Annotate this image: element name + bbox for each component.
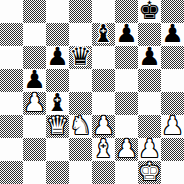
square-c3[interactable]: ♛ [46,115,69,138]
square-h6[interactable] [161,46,184,69]
square-d2[interactable] [69,138,92,161]
square-g1[interactable]: ♚ [138,161,161,184]
square-a1[interactable] [0,161,23,184]
square-a8[interactable] [0,0,23,23]
square-f6[interactable] [115,46,138,69]
square-g6[interactable]: ♟ [138,46,161,69]
piece-black-pawn[interactable]: ♟ [161,22,183,45]
square-e7[interactable]: ♝ [92,23,115,46]
square-h1[interactable] [161,161,184,184]
square-d1[interactable] [69,161,92,184]
square-a2[interactable] [0,138,23,161]
piece-white-queen[interactable]: ♛ [46,114,68,137]
square-f5[interactable] [115,69,138,92]
piece-white-pawn[interactable]: ♟ [23,91,45,114]
square-d8[interactable] [69,0,92,23]
square-f2[interactable]: ♟ [115,138,138,161]
square-d5[interactable] [69,69,92,92]
square-a4[interactable] [0,92,23,115]
square-f4[interactable] [115,92,138,115]
piece-black-pawn[interactable]: ♟ [46,45,68,68]
square-g8[interactable]: ♚ [138,0,161,23]
square-d3[interactable]: ♞ [69,115,92,138]
chess-board: ♚♝♟♟♟♛♟♟♟♝♛♞♟♟♝♟♟♚ [0,0,184,184]
square-b4[interactable]: ♟ [23,92,46,115]
square-e6[interactable] [92,46,115,69]
piece-black-king[interactable]: ♚ [138,0,160,22]
square-g4[interactable] [138,92,161,115]
square-h3[interactable]: ♟ [161,115,184,138]
piece-black-bishop[interactable]: ♝ [92,22,114,45]
square-a7[interactable] [0,23,23,46]
square-d6[interactable]: ♛ [69,46,92,69]
square-f1[interactable] [115,161,138,184]
piece-black-pawn[interactable]: ♟ [138,45,160,68]
piece-black-pawn[interactable]: ♟ [115,22,137,45]
square-c1[interactable] [46,161,69,184]
piece-white-knight[interactable]: ♞ [69,114,91,137]
square-g5[interactable] [138,69,161,92]
square-h7[interactable]: ♟ [161,23,184,46]
square-b3[interactable] [23,115,46,138]
square-e1[interactable] [92,161,115,184]
piece-black-queen[interactable]: ♛ [69,45,91,68]
piece-white-pawn[interactable]: ♟ [161,114,183,137]
square-b8[interactable] [23,0,46,23]
square-a3[interactable] [0,115,23,138]
square-b1[interactable] [23,161,46,184]
square-b7[interactable] [23,23,46,46]
piece-white-bishop[interactable]: ♝ [92,137,114,160]
square-c6[interactable]: ♟ [46,46,69,69]
square-h2[interactable] [161,138,184,161]
square-c2[interactable] [46,138,69,161]
square-a6[interactable] [0,46,23,69]
square-e5[interactable] [92,69,115,92]
square-c8[interactable] [46,0,69,23]
square-b2[interactable] [23,138,46,161]
piece-white-pawn[interactable]: ♟ [115,137,137,160]
square-f7[interactable]: ♟ [115,23,138,46]
piece-white-king[interactable]: ♚ [138,160,160,183]
square-e2[interactable]: ♝ [92,138,115,161]
square-h5[interactable] [161,69,184,92]
square-a5[interactable] [0,69,23,92]
